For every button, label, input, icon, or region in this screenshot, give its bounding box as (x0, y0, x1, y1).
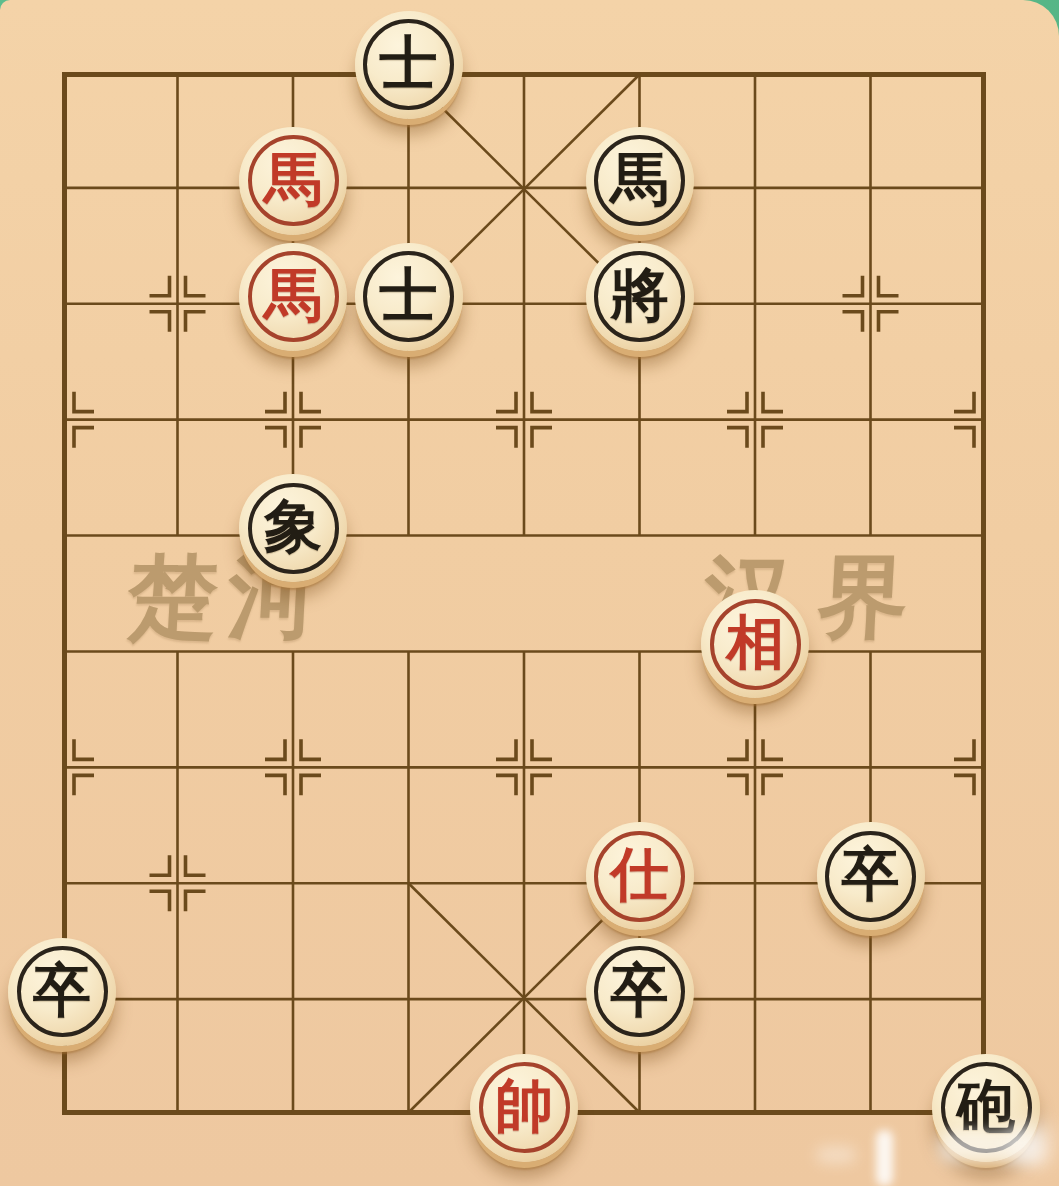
piece-red-general[interactable]: 帥 (470, 1054, 578, 1162)
piece-glyph: 砲 (957, 1077, 1015, 1135)
piece-ring: 卒 (825, 831, 916, 922)
piece-glyph: 馬 (264, 150, 322, 208)
piece-glyph: 相 (726, 613, 784, 671)
piece-red-horse-1[interactable]: 馬 (239, 127, 347, 235)
piece-ring: 士 (363, 251, 454, 342)
piece-black-soldier-2[interactable]: 卒 (8, 938, 116, 1046)
piece-ring: 馬 (594, 135, 685, 226)
piece-black-advisor-1[interactable]: 士 (355, 11, 463, 119)
piece-black-cannon-1[interactable]: 砲 (932, 1054, 1040, 1162)
piece-ring: 相 (710, 599, 801, 690)
piece-ring: 象 (248, 483, 339, 574)
piece-ring: 仕 (594, 831, 685, 922)
piece-black-advisor-2[interactable]: 士 (355, 243, 463, 351)
piece-black-general[interactable]: 將 (586, 243, 694, 351)
piece-black-soldier-1[interactable]: 卒 (817, 822, 925, 930)
piece-black-elephant-1[interactable]: 象 (239, 474, 347, 582)
piece-ring: 卒 (17, 946, 108, 1037)
board-grid: 士馬馬馬士將象相仕卒卒卒帥砲 (4, 14, 1044, 1173)
piece-ring: 馬 (248, 135, 339, 226)
piece-red-horse-2[interactable]: 馬 (239, 243, 347, 351)
piece-glyph: 帥 (495, 1077, 553, 1135)
piece-glyph: 馬 (611, 150, 669, 208)
piece-ring: 士 (363, 19, 454, 110)
piece-glyph: 將 (611, 266, 669, 324)
piece-ring: 砲 (941, 1062, 1032, 1153)
piece-black-horse-1[interactable]: 馬 (586, 127, 694, 235)
piece-glyph: 士 (380, 34, 438, 92)
piece-ring: 帥 (479, 1062, 570, 1153)
piece-ring: 馬 (248, 251, 339, 342)
piece-glyph: 象 (264, 497, 322, 555)
xiangqi-screen: { "game": "xiangqi", "board": { "columns… (0, 0, 1059, 1186)
piece-red-elephant-1[interactable]: 相 (701, 590, 809, 698)
piece-glyph: 馬 (264, 266, 322, 324)
piece-glyph: 卒 (611, 961, 669, 1019)
piece-ring: 卒 (594, 946, 685, 1037)
piece-black-soldier-3[interactable]: 卒 (586, 938, 694, 1046)
piece-glyph: 卒 (842, 845, 900, 903)
piece-ring: 將 (594, 251, 685, 342)
piece-glyph: 仕 (611, 845, 669, 903)
piece-glyph: 卒 (33, 961, 91, 1019)
piece-red-advisor-1[interactable]: 仕 (586, 822, 694, 930)
piece-glyph: 士 (380, 266, 438, 324)
